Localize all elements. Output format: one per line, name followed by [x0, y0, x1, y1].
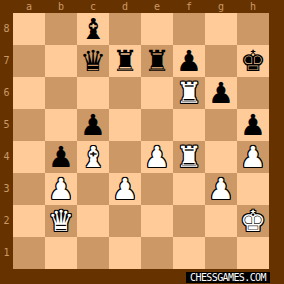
square-g7[interactable] [205, 45, 237, 77]
square-e4[interactable]: ♟ [141, 141, 173, 173]
file-label-f: f [173, 0, 205, 14]
black-pawn: ♟ [45, 141, 77, 173]
square-e8[interactable] [141, 13, 173, 45]
square-f2[interactable] [173, 205, 205, 237]
black-pawn: ♟ [77, 109, 109, 141]
square-g2[interactable] [205, 205, 237, 237]
square-h2[interactable]: ♚ [237, 205, 269, 237]
square-f4[interactable]: ♜ [173, 141, 205, 173]
square-c2[interactable] [77, 205, 109, 237]
black-pawn: ♟ [237, 109, 269, 141]
rank-labels: 87654321 [0, 13, 13, 269]
square-d3[interactable]: ♟ [109, 173, 141, 205]
file-label-d: d [109, 0, 141, 14]
square-c4[interactable]: ♝ [77, 141, 109, 173]
rank-label-6: 6 [0, 77, 13, 109]
square-b8[interactable] [45, 13, 77, 45]
black-rook: ♜ [109, 45, 141, 77]
square-a1[interactable] [13, 237, 45, 269]
square-d7[interactable]: ♜ [109, 45, 141, 77]
square-f1[interactable] [173, 237, 205, 269]
square-f6[interactable]: ♜ [173, 77, 205, 109]
square-g3[interactable]: ♟ [205, 173, 237, 205]
white-pawn: ♟ [237, 141, 269, 173]
square-e2[interactable] [141, 205, 173, 237]
square-e5[interactable] [141, 109, 173, 141]
square-c8[interactable]: ♝ [77, 13, 109, 45]
square-h3[interactable] [237, 173, 269, 205]
board-frame: abcdefgh 87654321 ♝♛♜♜♟♚♜♟♟♟♟♝♟♜♟♟♟♟♛♚ C… [0, 0, 284, 284]
square-a5[interactable] [13, 109, 45, 141]
file-label-e: e [141, 0, 173, 14]
square-h7[interactable]: ♚ [237, 45, 269, 77]
square-b5[interactable] [45, 109, 77, 141]
white-rook: ♜ [173, 141, 205, 173]
square-f5[interactable] [173, 109, 205, 141]
black-queen: ♛ [77, 45, 109, 77]
square-h4[interactable]: ♟ [237, 141, 269, 173]
white-king: ♚ [237, 205, 269, 237]
file-labels: abcdefgh [13, 0, 269, 13]
white-pawn: ♟ [205, 173, 237, 205]
rank-label-4: 4 [0, 141, 13, 173]
white-pawn: ♟ [45, 173, 77, 205]
square-f7[interactable]: ♟ [173, 45, 205, 77]
square-g5[interactable] [205, 109, 237, 141]
square-a2[interactable] [13, 205, 45, 237]
square-a8[interactable] [13, 13, 45, 45]
square-b3[interactable]: ♟ [45, 173, 77, 205]
black-king: ♚ [237, 45, 269, 77]
square-g1[interactable] [205, 237, 237, 269]
square-h8[interactable] [237, 13, 269, 45]
black-pawn: ♟ [205, 77, 237, 109]
black-bishop: ♝ [77, 13, 109, 45]
square-b2[interactable]: ♛ [45, 205, 77, 237]
square-g4[interactable] [205, 141, 237, 173]
square-h6[interactable] [237, 77, 269, 109]
black-rook: ♜ [141, 45, 173, 77]
square-f3[interactable] [173, 173, 205, 205]
square-d2[interactable] [109, 205, 141, 237]
square-d5[interactable] [109, 109, 141, 141]
square-f8[interactable] [173, 13, 205, 45]
white-queen: ♛ [45, 205, 77, 237]
square-a6[interactable] [13, 77, 45, 109]
file-label-g: g [205, 0, 237, 14]
square-d8[interactable] [109, 13, 141, 45]
white-pawn: ♟ [141, 141, 173, 173]
square-a7[interactable] [13, 45, 45, 77]
rank-label-8: 8 [0, 13, 13, 45]
square-e3[interactable] [141, 173, 173, 205]
rank-label-5: 5 [0, 109, 13, 141]
rank-label-2: 2 [0, 205, 13, 237]
square-e1[interactable] [141, 237, 173, 269]
square-b4[interactable]: ♟ [45, 141, 77, 173]
black-pawn: ♟ [173, 45, 205, 77]
white-rook: ♜ [173, 77, 205, 109]
white-bishop: ♝ [77, 141, 109, 173]
square-a4[interactable] [13, 141, 45, 173]
square-h1[interactable] [237, 237, 269, 269]
square-b7[interactable] [45, 45, 77, 77]
chessgames-brand[interactable]: CHESSGAMES.COM [186, 272, 270, 283]
square-g8[interactable] [205, 13, 237, 45]
rank-label-3: 3 [0, 173, 13, 205]
square-c7[interactable]: ♛ [77, 45, 109, 77]
square-g6[interactable]: ♟ [205, 77, 237, 109]
square-d4[interactable] [109, 141, 141, 173]
white-pawn: ♟ [109, 173, 141, 205]
square-h5[interactable]: ♟ [237, 109, 269, 141]
file-label-b: b [45, 0, 77, 14]
square-c6[interactable] [77, 77, 109, 109]
rank-label-7: 7 [0, 45, 13, 77]
square-e6[interactable] [141, 77, 173, 109]
square-d1[interactable] [109, 237, 141, 269]
rank-label-1: 1 [0, 237, 13, 269]
square-e7[interactable]: ♜ [141, 45, 173, 77]
file-label-h: h [237, 0, 269, 14]
square-c3[interactable] [77, 173, 109, 205]
square-b1[interactable] [45, 237, 77, 269]
chess-board: ♝♛♜♜♟♚♜♟♟♟♟♝♟♜♟♟♟♟♛♚ [13, 13, 269, 269]
square-c1[interactable] [77, 237, 109, 269]
square-c5[interactable]: ♟ [77, 109, 109, 141]
square-b6[interactable] [45, 77, 77, 109]
file-label-a: a [13, 0, 45, 14]
square-d6[interactable] [109, 77, 141, 109]
square-a3[interactable] [13, 173, 45, 205]
